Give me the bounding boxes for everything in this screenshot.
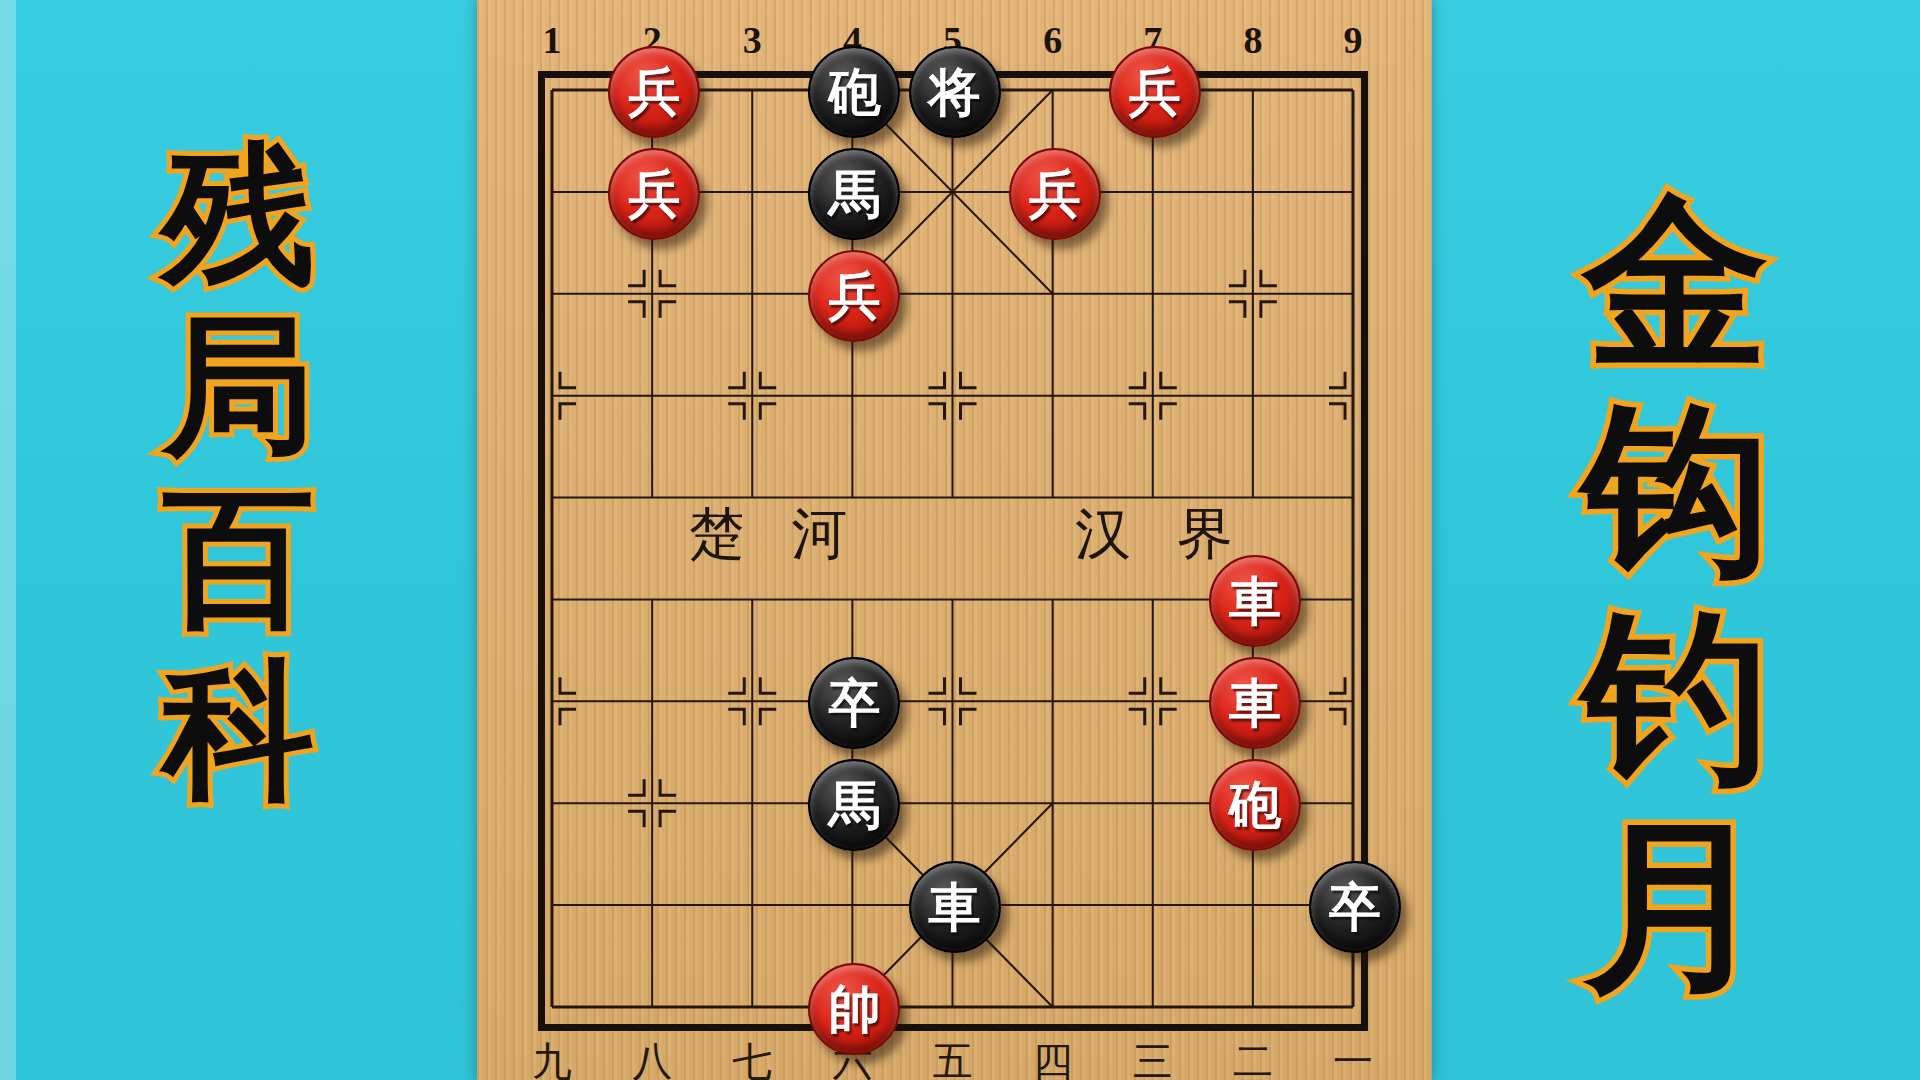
piece-black-horse[interactable]: 馬	[808, 759, 900, 851]
piece-glyph: 砲	[828, 66, 880, 118]
piece-glyph: 車	[1229, 677, 1281, 729]
piece-glyph: 兵	[828, 270, 880, 322]
piece-glyph: 兵	[628, 66, 680, 118]
river-char: 河	[791, 497, 847, 573]
left-title-char-2: 局	[163, 300, 315, 472]
col-label-bottom-一: 一	[1327, 1034, 1379, 1080]
piece-red-soldier[interactable]: 兵	[1009, 148, 1101, 240]
right-title: 金 钩 钓 月	[1432, 178, 1920, 1010]
piece-glyph: 車	[929, 881, 981, 933]
piece-glyph: 卒	[1329, 881, 1381, 933]
piece-red-general[interactable]: 帥	[808, 963, 900, 1055]
xiangqi-board: 123456789 九八七六五四三二一 楚 河 汉 界 砲将馬卒馬車卒兵兵兵兵兵…	[477, 0, 1432, 1080]
piece-glyph: 馬	[828, 779, 880, 831]
piece-red-chariot[interactable]: 車	[1209, 555, 1301, 647]
piece-red-chariot[interactable]: 車	[1209, 657, 1301, 749]
piece-glyph: 将	[929, 66, 981, 118]
river-label-han-jie: 汉 界	[1039, 504, 1269, 566]
col-label-bottom-四: 四	[1027, 1034, 1079, 1080]
col-label-top-1: 1	[530, 18, 574, 62]
col-label-bottom-三: 三	[1127, 1034, 1179, 1080]
piece-red-soldier[interactable]: 兵	[1109, 46, 1201, 138]
col-label-top-9: 9	[1331, 18, 1375, 62]
col-label-bottom-八: 八	[626, 1034, 678, 1080]
col-label-bottom-二: 二	[1227, 1034, 1279, 1080]
river-char: 界	[1177, 497, 1233, 573]
piece-black-soldier[interactable]: 卒	[1309, 861, 1401, 953]
col-label-top-6: 6	[1031, 18, 1075, 62]
col-label-bottom-七: 七	[726, 1034, 778, 1080]
right-title-char-4: 月	[1583, 802, 1769, 1010]
river-char: 汉	[1075, 497, 1131, 573]
col-label-top-3: 3	[730, 18, 774, 62]
piece-glyph: 帥	[828, 983, 880, 1035]
left-title-char-3: 百	[163, 472, 315, 644]
right-title-char-3: 钓	[1583, 594, 1769, 802]
left-title-char-1: 残	[163, 128, 315, 300]
piece-glyph: 馬	[828, 168, 880, 220]
piece-black-general[interactable]: 将	[909, 46, 1001, 138]
piece-glyph: 車	[1229, 575, 1281, 627]
piece-black-chariot[interactable]: 車	[909, 861, 1001, 953]
piece-red-soldier[interactable]: 兵	[808, 250, 900, 342]
right-title-char-1: 金	[1583, 178, 1769, 386]
col-label-bottom-五: 五	[927, 1034, 979, 1080]
piece-red-soldier[interactable]: 兵	[608, 148, 700, 240]
left-title: 残 局 百 科	[0, 128, 477, 816]
piece-black-cannon[interactable]: 砲	[808, 46, 900, 138]
piece-glyph: 砲	[1229, 779, 1281, 831]
piece-glyph: 兵	[1129, 66, 1181, 118]
right-title-char-2: 钩	[1583, 386, 1769, 594]
river-char: 楚	[689, 497, 745, 573]
piece-red-soldier[interactable]: 兵	[608, 46, 700, 138]
piece-glyph: 兵	[628, 168, 680, 220]
river-label-chu-he: 楚 河	[653, 504, 883, 566]
piece-glyph: 兵	[1029, 168, 1081, 220]
piece-black-horse[interactable]: 馬	[808, 148, 900, 240]
left-title-char-4: 科	[163, 644, 315, 816]
piece-glyph: 卒	[828, 677, 880, 729]
piece-red-cannon[interactable]: 砲	[1209, 759, 1301, 851]
col-label-bottom-九: 九	[526, 1034, 578, 1080]
col-label-top-8: 8	[1231, 18, 1275, 62]
